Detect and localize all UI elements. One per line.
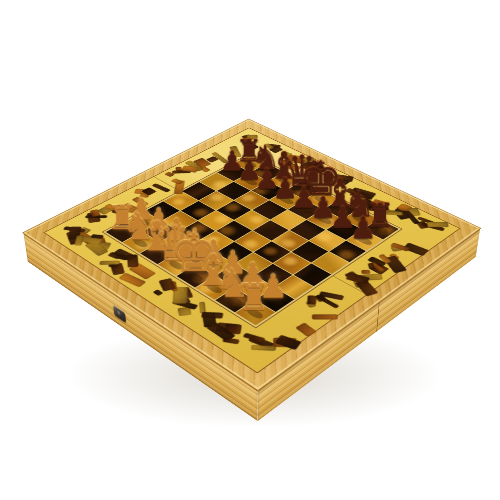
amber-chip — [243, 137, 251, 140]
amber-chip — [427, 222, 449, 227]
chess-box: ♜♞♝♛♚♝♞♜♟♟♟♟♟♟♟♟♟♟♟♟♟♟♟♟♜♞♝♛♚♝♞♜ — [23, 119, 480, 390]
amber-chip — [242, 139, 260, 149]
scene: ♜♞♝♛♚♝♞♜♟♟♟♟♟♟♟♟♟♟♟♟♟♟♟♟♜♞♝♛♚♝♞♜ — [0, 0, 500, 500]
fold-seam-wall — [376, 303, 380, 332]
piece-black-pawn[interactable]: ♟ — [333, 214, 394, 241]
piece-white-rook[interactable]: ♜ — [220, 281, 287, 314]
latch-knob-icon — [117, 310, 122, 318]
amber-chip — [229, 146, 242, 158]
latch[interactable] — [113, 305, 126, 323]
photo-stage: ♜♞♝♛♚♝♞♜♟♟♟♟♟♟♟♟♟♟♟♟♟♟♟♟♜♞♝♛♚♝♞♜ — [0, 0, 500, 500]
